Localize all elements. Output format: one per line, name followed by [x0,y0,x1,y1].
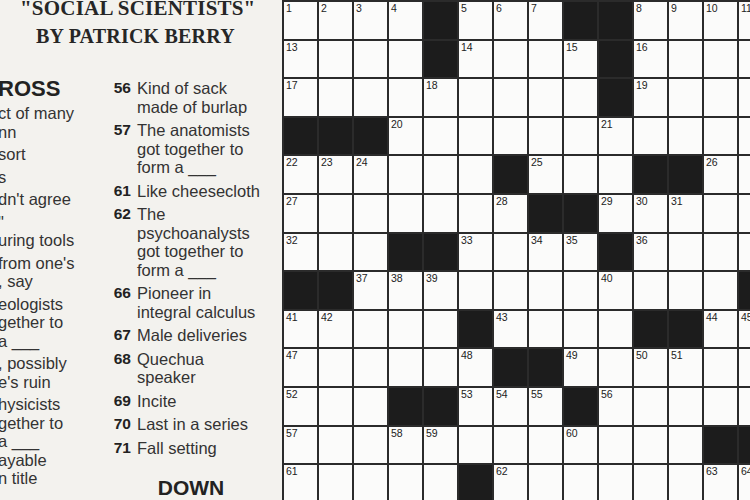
cell-number: 43 [496,311,508,323]
grid-cell[interactable] [669,427,702,464]
across-heading: ROSS [0,76,108,102]
grid-cell[interactable] [354,234,387,271]
black-cell [494,349,527,386]
clue-number: 56 [105,79,137,116]
grid-cell[interactable]: 4 [389,2,422,39]
grid-cell[interactable] [389,311,422,348]
grid-cell[interactable]: 21 [599,118,632,155]
grid-cell[interactable]: 13 [284,41,317,78]
cell-number: 33 [461,234,473,246]
grid-cell[interactable]: 9 [669,2,702,39]
grid-cell[interactable]: 15 [564,41,597,78]
grid-cell[interactable] [319,79,352,116]
cell-number: 6 [496,2,502,14]
grid-cell[interactable]: 57 [284,427,317,464]
cell-number: 16 [636,41,648,53]
black-cell [704,427,737,464]
grid-cell[interactable] [669,272,702,309]
grid-cell[interactable] [704,79,737,116]
black-cell [424,41,457,78]
clue-text-line: The [137,205,277,224]
grid-cell[interactable] [599,465,632,500]
clue-text-line: Fall setting [137,439,277,458]
clue-text-line: made of burlap [137,98,277,117]
cell-number: 56 [601,388,613,400]
grid-cell[interactable]: 26 [704,156,737,193]
grid-cell[interactable] [739,79,750,116]
grid-cell[interactable]: 47 [284,349,317,386]
clue-66: 66 Pioneer in integral calculus [105,284,277,321]
grid-cell[interactable] [564,79,597,116]
grid-cell[interactable] [704,41,737,78]
grid-cell[interactable]: 53 [459,388,492,425]
grid-cell[interactable] [354,311,387,348]
grid-cell[interactable]: 11 [739,2,750,39]
grid-cell[interactable]: 60 [564,427,597,464]
grid-cell[interactable] [319,41,352,78]
grid-cell[interactable] [669,465,702,500]
grid-cell[interactable] [389,41,422,78]
grid-cell[interactable]: 16 [634,41,667,78]
grid-cells: 1234567891011131415161718192021222324252… [282,0,750,500]
cell-number: 48 [461,349,473,361]
grid-cell[interactable] [564,272,597,309]
grid-cell[interactable] [669,41,702,78]
cell-number: 10 [706,2,718,14]
cell-number: 57 [286,427,298,439]
grid-cell[interactable] [634,427,667,464]
cell-number: 21 [601,118,613,130]
grid-cell[interactable]: 37 [354,272,387,309]
clue-56: 56 Kind of sack made of burlap [105,79,277,116]
grid-cell[interactable]: 25 [529,156,562,193]
cell-number: 42 [321,311,333,323]
grid-cell[interactable]: 55 [529,388,562,425]
clue-fragment: gether to [0,313,108,332]
cell-number: 36 [636,234,648,246]
clue-number: 68 [105,350,137,387]
across-clues-column: ROSS ct of many nn sort s dn't agree " u… [0,76,108,488]
grid-cell[interactable]: 56 [599,388,632,425]
grid-cell[interactable]: 29 [599,195,632,232]
cell-number: 9 [671,2,677,14]
black-cell [459,465,492,500]
grid-cell[interactable]: 32 [284,234,317,271]
black-cell [529,195,562,232]
grid-cell[interactable]: 36 [634,234,667,271]
grid-cell[interactable]: 28 [494,195,527,232]
cell-number: 26 [706,156,718,168]
down-heading: DOWN [105,476,277,500]
grid-cell[interactable] [459,195,492,232]
clue-fragment: gether to [0,414,108,433]
clue-fragment: dn't agree [0,190,108,209]
grid-cell[interactable]: 31 [669,195,702,232]
grid-cell[interactable] [319,465,352,500]
cell-number: 31 [671,195,683,207]
grid-cell[interactable]: 49 [564,349,597,386]
clue-number: 57 [105,121,137,177]
black-cell [424,234,457,271]
grid-cell[interactable]: 33 [459,234,492,271]
grid-cell[interactable]: 22 [284,156,317,193]
grid-cell[interactable] [529,311,562,348]
black-cell [564,2,597,39]
grid-cell[interactable] [564,118,597,155]
black-cell [669,311,702,348]
grid-cell[interactable] [424,465,457,500]
grid-cell[interactable] [704,118,737,155]
clue-fragment: from one's [0,254,108,273]
grid-cell[interactable]: 24 [354,156,387,193]
grid-cell[interactable]: 19 [634,79,667,116]
cell-number: 59 [426,427,438,439]
clue-text-line: form a ___ [137,158,277,177]
grid-cell[interactable]: 61 [284,465,317,500]
cell-number: 50 [636,349,648,361]
clue-69: 69 Incite [105,392,277,411]
clue-number: 61 [105,182,137,201]
grid-cell[interactable] [704,195,737,232]
grid-cell[interactable] [599,156,632,193]
grid-cell[interactable] [529,272,562,309]
clue-text-line: Kind of sack [137,79,277,98]
grid-cell[interactable] [389,465,422,500]
grid-cell[interactable]: 50 [634,349,667,386]
puzzle-title: "SOCIAL SCIENTISTS" [20,0,270,21]
cell-number: 8 [636,2,642,14]
clue-57: 57 The anatomists got together to form a… [105,121,277,177]
grid-cell[interactable] [704,388,737,425]
clue-list: 56 Kind of sack made of burlap 57 The an… [105,79,277,500]
clue-71: 71 Fall setting [105,439,277,458]
cell-number: 45 [741,311,750,323]
grid-cell[interactable]: 8 [634,2,667,39]
cell-number: 53 [461,388,473,400]
clue-fragment: , possibly [0,354,108,373]
grid-cell[interactable] [739,349,750,386]
grid-cell[interactable]: 64 [739,465,750,500]
grid-cell[interactable]: 18 [424,79,457,116]
grid-cell[interactable] [564,311,597,348]
grid-cell[interactable] [564,156,597,193]
black-cell [564,388,597,425]
grid-cell[interactable]: 63 [704,465,737,500]
cell-number: 24 [356,156,368,168]
grid-cell[interactable]: 35 [564,234,597,271]
black-cell [564,195,597,232]
grid-cell[interactable] [669,79,702,116]
grid-cell[interactable] [389,349,422,386]
grid-cell[interactable] [494,79,527,116]
grid-cell[interactable]: 62 [494,465,527,500]
grid-cell[interactable] [354,465,387,500]
grid-cell[interactable] [669,388,702,425]
clue-62: 62 The psychoanalysts got together to fo… [105,205,277,279]
grid-cell[interactable] [494,427,527,464]
grid-cell[interactable]: 5 [459,2,492,39]
crossword-grid: 1234567891011131415161718192021222324252… [282,0,750,500]
cell-number: 17 [286,79,298,91]
grid-cell[interactable] [599,427,632,464]
cell-number: 32 [286,234,298,246]
clue-number: 62 [105,205,137,279]
black-cell [319,272,352,309]
cell-number: 64 [741,465,750,477]
grid-cell[interactable] [354,79,387,116]
grid-cell[interactable] [319,195,352,232]
grid-cell[interactable]: 27 [284,195,317,232]
black-cell [424,388,457,425]
grid-cell[interactable]: 59 [424,427,457,464]
grid-cell[interactable] [704,234,737,271]
clue-fragment: sort [0,145,108,164]
cell-number: 40 [601,272,613,284]
clue-number: 67 [105,326,137,345]
cell-number: 5 [461,2,467,14]
grid-cell[interactable] [494,272,527,309]
black-cell [739,427,750,464]
grid-cell[interactable]: 34 [529,234,562,271]
grid-cell[interactable] [389,195,422,232]
grid-cell[interactable]: 14 [459,41,492,78]
clue-68: 68 Quechua speaker [105,350,277,387]
grid-cell[interactable] [704,272,737,309]
clue-fragment: e's ruin [0,373,108,392]
grid-cell[interactable] [529,465,562,500]
black-cell [669,156,702,193]
grid-cell[interactable] [529,41,562,78]
grid-cell[interactable] [389,79,422,116]
black-cell [634,156,667,193]
cell-number: 13 [286,41,298,53]
grid-cell[interactable]: 7 [529,2,562,39]
black-cell [739,272,750,309]
clue-fragment: s [0,168,108,187]
cell-number: 41 [286,311,298,323]
clue-fragment: a ___ [0,432,108,451]
grid-cell[interactable] [739,156,750,193]
clue-number: 66 [105,284,137,321]
black-cell [459,311,492,348]
grid-cell[interactable] [634,272,667,309]
cell-number: 29 [601,195,613,207]
grid-cell[interactable] [319,388,352,425]
cell-number: 11 [741,2,750,14]
grid-cell[interactable]: 48 [459,349,492,386]
grid-cell[interactable]: 52 [284,388,317,425]
grid-cell[interactable]: 17 [284,79,317,116]
grid-cell[interactable] [319,349,352,386]
cell-number: 25 [531,156,543,168]
cell-number: 2 [321,2,327,14]
cell-number: 37 [356,272,368,284]
grid-cell[interactable]: 23 [319,156,352,193]
cell-number: 18 [426,79,438,91]
clue-text-line: Like cheesecloth [137,182,277,201]
clue-text-line: Last in a series [137,415,277,434]
grid-cell[interactable] [739,388,750,425]
grid-cell[interactable]: 2 [319,2,352,39]
grid-cell[interactable] [739,41,750,78]
clue-number: 69 [105,392,137,411]
grid-cell[interactable] [529,118,562,155]
grid-cell[interactable] [564,465,597,500]
grid-cell[interactable] [529,427,562,464]
grid-cell[interactable] [494,118,527,155]
cell-number: 62 [496,465,508,477]
grid-cell[interactable] [599,349,632,386]
grid-cell[interactable] [424,156,457,193]
grid-cell[interactable] [389,156,422,193]
clue-fragment: ayable [0,451,108,470]
clue-fragment: a ___ [0,332,108,351]
grid-cell[interactable]: 42 [319,311,352,348]
black-cell [389,234,422,271]
grid-cell[interactable] [739,118,750,155]
cell-number: 14 [461,41,473,53]
black-cell [529,349,562,386]
grid-cell[interactable]: 43 [494,311,527,348]
cell-number: 28 [496,195,508,207]
clue-61: 61 Like cheesecloth [105,182,277,201]
grid-cell[interactable] [459,272,492,309]
clue-text-line: form a ___ [137,261,277,280]
black-cell [354,118,387,155]
black-cell [389,388,422,425]
cell-number: 38 [391,272,403,284]
clue-text-line: Quechua [137,350,277,369]
cell-number: 34 [531,234,543,246]
grid-cell[interactable] [319,427,352,464]
grid-cell[interactable] [599,311,632,348]
grid-cell[interactable] [494,234,527,271]
puzzle-byline: BY PATRICK BERRY [20,25,270,48]
cell-number: 15 [566,41,578,53]
cell-number: 7 [531,2,537,14]
cell-number: 20 [391,118,403,130]
grid-cell[interactable]: 58 [389,427,422,464]
grid-cell[interactable] [704,349,737,386]
clue-fragment: uring tools [0,231,108,250]
clue-fragment: ct of many [0,104,108,123]
grid-cell[interactable]: 30 [634,195,667,232]
grid-cell[interactable]: 6 [494,2,527,39]
cell-number: 61 [286,465,298,477]
grid-cell[interactable] [424,311,457,348]
grid-cell[interactable] [354,388,387,425]
cell-number: 35 [566,234,578,246]
clue-70: 70 Last in a series [105,415,277,434]
grid-cell[interactable] [354,427,387,464]
clue-text-line: psychoanalysts [137,224,277,243]
clue-number: 71 [105,439,137,458]
grid-cell[interactable] [319,234,352,271]
cell-number: 58 [391,427,403,439]
grid-cell[interactable]: 20 [389,118,422,155]
grid-cell[interactable] [739,195,750,232]
clue-fragment: , say [0,272,108,291]
grid-cell[interactable] [669,234,702,271]
cell-number: 23 [321,156,333,168]
clue-text-line: speaker [137,368,277,387]
black-cell [284,272,317,309]
cell-number: 55 [531,388,543,400]
black-cell [319,118,352,155]
clue-fragment: " [0,213,108,232]
black-cell [494,156,527,193]
grid-cell[interactable] [459,156,492,193]
grid-cell[interactable]: 1 [284,2,317,39]
clue-fragment: eologists [0,295,108,314]
cell-number: 63 [706,465,718,477]
cell-number: 30 [636,195,648,207]
cell-number: 3 [356,2,362,14]
grid-cell[interactable] [634,118,667,155]
grid-cell[interactable]: 40 [599,272,632,309]
grid-cell[interactable] [634,465,667,500]
clue-text-line: Pioneer in [137,284,277,303]
cell-number: 1 [286,2,292,14]
grid-cell[interactable] [459,118,492,155]
grid-cell[interactable] [494,41,527,78]
cell-number: 51 [671,349,683,361]
cell-number: 44 [706,311,718,323]
cell-number: 22 [286,156,298,168]
cell-number: 39 [426,272,438,284]
grid-cell[interactable] [424,118,457,155]
grid-cell[interactable] [529,79,562,116]
cell-number: 54 [496,388,508,400]
clue-67: 67 Male deliveries [105,326,277,345]
grid-cell[interactable] [424,195,457,232]
clue-text-line: Male deliveries [137,326,277,345]
grid-cell[interactable] [354,195,387,232]
clue-number: 70 [105,415,137,434]
grid-cell[interactable]: 45 [739,311,750,348]
title-block: "SOCIAL SCIENTISTS" BY PATRICK BERRY [20,0,270,48]
clue-fragment: hysicists [0,395,108,414]
grid-cell[interactable] [459,427,492,464]
grid-cell[interactable]: 44 [704,311,737,348]
grid-cell[interactable] [424,349,457,386]
black-cell [284,118,317,155]
black-cell [599,2,632,39]
cell-number: 47 [286,349,298,361]
clue-fragment: nn [0,123,108,142]
grid-cell[interactable] [739,234,750,271]
grid-cell[interactable]: 39 [424,272,457,309]
grid-cell[interactable] [459,79,492,116]
grid-cell[interactable]: 10 [704,2,737,39]
clue-text-line: got together to [137,242,277,261]
grid-cell[interactable]: 38 [389,272,422,309]
grid-cell[interactable] [669,118,702,155]
clue-text-line: Incite [137,392,277,411]
grid-cell[interactable]: 54 [494,388,527,425]
black-cell [424,2,457,39]
clue-text-line: got together to [137,140,277,159]
cell-number: 4 [391,2,397,14]
black-cell [599,79,632,116]
grid-cell[interactable] [634,388,667,425]
grid-cell[interactable]: 41 [284,311,317,348]
grid-cell[interactable]: 3 [354,2,387,39]
grid-cell[interactable]: 51 [669,349,702,386]
cell-number: 60 [566,427,578,439]
grid-cell[interactable] [354,41,387,78]
grid-cell[interactable] [354,349,387,386]
